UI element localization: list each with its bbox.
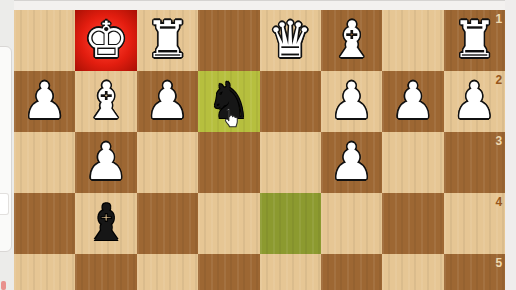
square-e5[interactable] [198, 254, 259, 290]
hand-cursor-icon [219, 107, 240, 131]
square-a3[interactable]: 3 [444, 132, 505, 193]
rank-label-4: 4 [495, 195, 502, 209]
square-a1[interactable]: ♜1 [444, 10, 505, 71]
square-c1[interactable]: ♝ [321, 10, 382, 71]
square-g5[interactable] [75, 254, 136, 290]
square-f4[interactable] [137, 193, 198, 254]
side-panel-button[interactable] [0, 193, 9, 215]
page-left-strip [0, 0, 14, 290]
square-d4[interactable] [260, 193, 321, 254]
square-g1[interactable]: ♚ [75, 10, 136, 71]
piece-white-pawn[interactable]: ♟ [321, 71, 382, 132]
square-b5[interactable] [382, 254, 443, 290]
screenshot-stage: ♚♜♛♝♜1♟♝♟♞♟♟♟2♟♟3♝45 [0, 0, 516, 290]
rank-label-2: 2 [495, 73, 502, 87]
piece-white-pawn[interactable]: ♟ [75, 132, 136, 193]
chess-board: ♚♜♛♝♜1♟♝♟♞♟♟♟2♟♟3♝45 [14, 10, 505, 290]
rank-label-1: 1 [495, 12, 502, 26]
side-panel-edge [0, 46, 12, 252]
square-f3[interactable] [137, 132, 198, 193]
square-c2[interactable]: ♟ [321, 71, 382, 132]
piece-white-pawn[interactable]: ♟ [382, 71, 443, 132]
square-h5[interactable] [14, 254, 75, 290]
square-d1[interactable]: ♛ [260, 10, 321, 71]
square-e3[interactable] [198, 132, 259, 193]
rank-label-3: 3 [495, 134, 502, 148]
square-b4[interactable] [382, 193, 443, 254]
square-c3[interactable]: ♟ [321, 132, 382, 193]
square-d5[interactable] [260, 254, 321, 290]
piece-black-bishop[interactable]: ♝ [75, 193, 136, 254]
piece-white-queen[interactable]: ♛ [260, 10, 321, 71]
square-g4[interactable]: ♝ [75, 193, 136, 254]
piece-white-king[interactable]: ♚ [75, 10, 136, 71]
square-f1[interactable]: ♜ [137, 10, 198, 71]
square-b1[interactable] [382, 10, 443, 71]
piece-white-pawn[interactable]: ♟ [321, 132, 382, 193]
square-f5[interactable] [137, 254, 198, 290]
square-h3[interactable] [14, 132, 75, 193]
square-b3[interactable] [382, 132, 443, 193]
square-d2[interactable] [260, 71, 321, 132]
rank-label-5: 5 [495, 256, 502, 270]
piece-white-bishop[interactable]: ♝ [321, 10, 382, 71]
square-a4[interactable]: 4 [444, 193, 505, 254]
square-a2[interactable]: ♟2 [444, 71, 505, 132]
page-top-strip [0, 0, 516, 10]
piece-white-pawn[interactable]: ♟ [137, 71, 198, 132]
square-g3[interactable]: ♟ [75, 132, 136, 193]
piece-white-bishop[interactable]: ♝ [75, 71, 136, 132]
square-g2[interactable]: ♝ [75, 71, 136, 132]
square-c5[interactable] [321, 254, 382, 290]
square-d3[interactable] [260, 132, 321, 193]
square-h4[interactable] [14, 193, 75, 254]
square-c4[interactable] [321, 193, 382, 254]
accent-sliver [1, 281, 6, 290]
square-b2[interactable]: ♟ [382, 71, 443, 132]
piece-white-rook[interactable]: ♜ [137, 10, 198, 71]
square-h1[interactable] [14, 10, 75, 71]
square-a5[interactable]: 5 [444, 254, 505, 290]
square-h2[interactable]: ♟ [14, 71, 75, 132]
square-f2[interactable]: ♟ [137, 71, 198, 132]
square-e2[interactable]: ♞ [198, 71, 259, 132]
piece-white-pawn[interactable]: ♟ [14, 71, 75, 132]
square-e1[interactable] [198, 10, 259, 71]
square-e4[interactable] [198, 193, 259, 254]
page-right-strip [505, 0, 516, 290]
